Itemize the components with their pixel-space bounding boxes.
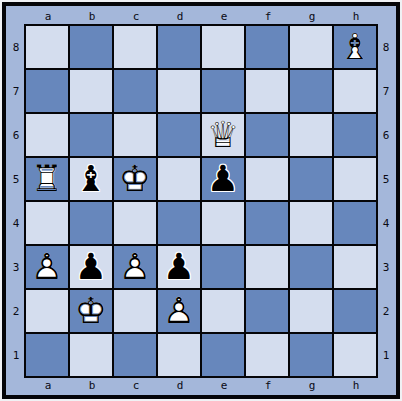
rank-label: 3 (13, 262, 20, 273)
chess-diagram-window: a b c d e f g h 8 7 6 5 4 3 2 1 ♝♗♛♕♜♖♝♚… (0, 0, 402, 401)
square-d4[interactable] (158, 202, 200, 244)
rank-label: 8 (383, 42, 390, 53)
square-a4[interactable] (26, 202, 68, 244)
rank-label: 2 (383, 306, 390, 317)
file-label: b (89, 380, 96, 391)
file-label: a (45, 380, 52, 391)
square-g8[interactable] (290, 26, 332, 68)
square-b1[interactable] (70, 334, 112, 376)
square-a7[interactable] (26, 70, 68, 112)
rank-label: 1 (13, 350, 20, 361)
rank-label: 8 (13, 42, 20, 53)
frame-corner-bottom-left (8, 378, 24, 393)
square-a5[interactable]: ♜♖ (26, 158, 68, 200)
square-g3[interactable] (290, 246, 332, 288)
piece-bP: ♟ (207, 161, 239, 197)
rank-label: 7 (383, 86, 390, 97)
square-b4[interactable] (70, 202, 112, 244)
square-b5[interactable]: ♝ (70, 158, 112, 200)
square-c8[interactable] (114, 26, 156, 68)
file-label: e (221, 380, 228, 391)
square-d5[interactable] (158, 158, 200, 200)
square-h5[interactable] (334, 158, 376, 200)
square-e1[interactable] (202, 334, 244, 376)
piece-wP: ♟♙ (119, 249, 151, 285)
square-e7[interactable] (202, 70, 244, 112)
square-h1[interactable] (334, 334, 376, 376)
rank-label: 4 (13, 218, 20, 229)
file-label: f (265, 380, 272, 391)
square-d7[interactable] (158, 70, 200, 112)
file-label: c (133, 11, 140, 22)
square-b7[interactable] (70, 70, 112, 112)
square-h6[interactable] (334, 114, 376, 156)
square-g1[interactable] (290, 334, 332, 376)
square-g6[interactable] (290, 114, 332, 156)
square-a6[interactable] (26, 114, 68, 156)
square-e3[interactable] (202, 246, 244, 288)
rank-label: 3 (383, 262, 390, 273)
rank-label: 6 (383, 130, 390, 141)
square-f6[interactable] (246, 114, 288, 156)
board-frame: a b c d e f g h 8 7 6 5 4 3 2 1 ♝♗♛♕♜♖♝♚… (8, 9, 394, 393)
file-label: g (309, 11, 316, 22)
frame-corner-bottom-right (378, 378, 394, 393)
square-g4[interactable] (290, 202, 332, 244)
square-d2[interactable]: ♟♙ (158, 290, 200, 332)
square-c3[interactable]: ♟♙ (114, 246, 156, 288)
piece-wQ: ♛♕ (207, 117, 239, 153)
board: ♝♗♛♕♜♖♝♚♔♟♟♙♟♟♙♟♚♔♟♙ (24, 24, 378, 378)
square-c7[interactable] (114, 70, 156, 112)
square-e2[interactable] (202, 290, 244, 332)
square-f3[interactable] (246, 246, 288, 288)
file-label: a (45, 11, 52, 22)
square-h7[interactable] (334, 70, 376, 112)
square-f5[interactable] (246, 158, 288, 200)
square-f1[interactable] (246, 334, 288, 376)
square-b8[interactable] (70, 26, 112, 68)
square-e6[interactable]: ♛♕ (202, 114, 244, 156)
file-label: d (177, 380, 184, 391)
square-b3[interactable]: ♟ (70, 246, 112, 288)
square-d6[interactable] (158, 114, 200, 156)
rank-label: 7 (13, 86, 20, 97)
piece-bB: ♝ (75, 161, 107, 197)
rank-label: 4 (383, 218, 390, 229)
square-a2[interactable] (26, 290, 68, 332)
board-bezel: a b c d e f g h 8 7 6 5 4 3 2 1 ♝♗♛♕♜♖♝♚… (2, 2, 400, 399)
frame-corner-top-right (378, 9, 394, 24)
rank-label: 1 (383, 350, 390, 361)
piece-wK: ♚♔ (119, 161, 151, 197)
square-c1[interactable] (114, 334, 156, 376)
square-e5[interactable]: ♟ (202, 158, 244, 200)
rank-label: 6 (13, 130, 20, 141)
file-labels-top: a b c d e f g h (24, 9, 378, 24)
piece-wP: ♟♙ (31, 249, 63, 285)
square-h8[interactable]: ♝♗ (334, 26, 376, 68)
file-label: h (353, 11, 360, 22)
square-a1[interactable] (26, 334, 68, 376)
rank-labels-left: 8 7 6 5 4 3 2 1 (8, 24, 24, 378)
square-f7[interactable] (246, 70, 288, 112)
square-g2[interactable] (290, 290, 332, 332)
square-a8[interactable] (26, 26, 68, 68)
square-f2[interactable] (246, 290, 288, 332)
square-b2[interactable]: ♚♔ (70, 290, 112, 332)
square-f8[interactable] (246, 26, 288, 68)
rank-labels-right: 8 7 6 5 4 3 2 1 (378, 24, 394, 378)
square-b6[interactable] (70, 114, 112, 156)
square-f4[interactable] (246, 202, 288, 244)
piece-wP: ♟♙ (163, 293, 195, 329)
piece-wB: ♝♗ (339, 29, 371, 65)
frame-corner-top-left (8, 9, 24, 24)
square-d1[interactable] (158, 334, 200, 376)
piece-wR: ♜♖ (31, 161, 63, 197)
square-a3[interactable]: ♟♙ (26, 246, 68, 288)
file-labels-bottom: a b c d e f g h (24, 378, 378, 393)
square-c4[interactable] (114, 202, 156, 244)
rank-label: 5 (13, 174, 20, 185)
square-e8[interactable] (202, 26, 244, 68)
file-label: d (177, 11, 184, 22)
square-e4[interactable] (202, 202, 244, 244)
square-d8[interactable] (158, 26, 200, 68)
file-label: g (309, 380, 316, 391)
file-label: e (221, 11, 228, 22)
square-h4[interactable] (334, 202, 376, 244)
rank-label: 2 (13, 306, 20, 317)
file-label: h (353, 380, 360, 391)
square-c6[interactable] (114, 114, 156, 156)
piece-wK: ♚♔ (75, 293, 107, 329)
file-label: c (133, 380, 140, 391)
file-label: f (265, 11, 272, 22)
piece-bP: ♟ (75, 249, 107, 285)
square-h2[interactable] (334, 290, 376, 332)
square-d3[interactable]: ♟ (158, 246, 200, 288)
square-c2[interactable] (114, 290, 156, 332)
piece-bP: ♟ (163, 249, 195, 285)
square-c5[interactable]: ♚♔ (114, 158, 156, 200)
square-g5[interactable] (290, 158, 332, 200)
file-label: b (89, 11, 96, 22)
rank-label: 5 (383, 174, 390, 185)
square-h3[interactable] (334, 246, 376, 288)
square-g7[interactable] (290, 70, 332, 112)
